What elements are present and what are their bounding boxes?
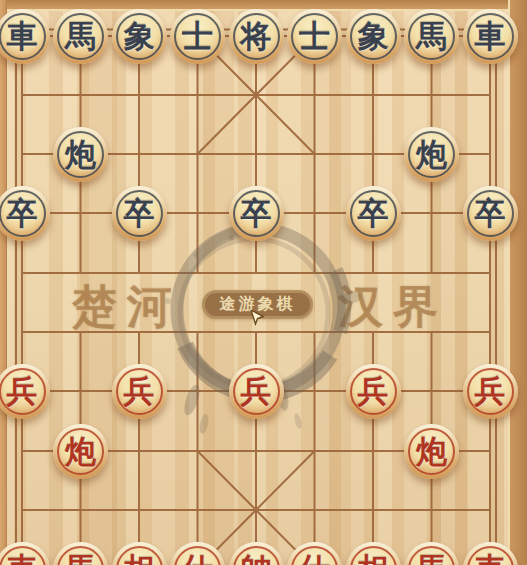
piece-black-f8r0[interactable]: 車	[463, 9, 518, 64]
piece-glyph: 仕	[170, 542, 225, 565]
piece-glyph: 象	[346, 9, 401, 64]
piece-glyph: 卒	[112, 186, 167, 241]
piece-red-f4r6[interactable]: 兵	[229, 364, 284, 419]
piece-red-f6r6[interactable]: 兵	[346, 364, 401, 419]
piece-red-f2r6[interactable]: 兵	[112, 364, 167, 419]
mouse-cursor	[250, 310, 264, 326]
piece-glyph: 卒	[346, 186, 401, 241]
piece-glyph: 相	[112, 542, 167, 565]
piece-glyph: 炮	[53, 127, 108, 182]
piece-red-f0r6[interactable]: 兵	[0, 364, 50, 419]
piece-black-f4r3[interactable]: 卒	[229, 186, 284, 241]
piece-red-f8r9[interactable]: 車	[463, 542, 518, 565]
piece-black-f4r0[interactable]: 将	[229, 9, 284, 64]
piece-glyph: 兵	[112, 364, 167, 419]
piece-glyph: 士	[170, 9, 225, 64]
piece-black-f5r0[interactable]: 士	[287, 9, 342, 64]
piece-glyph: 車	[463, 542, 518, 565]
piece-glyph: 炮	[404, 127, 459, 182]
piece-red-f7r7[interactable]: 炮	[404, 424, 459, 479]
piece-black-f0r0[interactable]: 車	[0, 9, 50, 64]
piece-red-f4r9[interactable]: 帥	[229, 542, 284, 565]
piece-glyph: 兵	[229, 364, 284, 419]
piece-black-f7r2[interactable]: 炮	[404, 127, 459, 182]
piece-red-f0r9[interactable]: 車	[0, 542, 50, 565]
piece-glyph: 車	[463, 9, 518, 64]
pieces-layer: 車馬象士将士象馬車炮炮卒卒卒卒卒兵兵兵兵兵炮炮車馬相仕帥仕相馬車	[0, 0, 527, 565]
piece-glyph: 卒	[229, 186, 284, 241]
piece-red-f1r7[interactable]: 炮	[53, 424, 108, 479]
piece-black-f6r3[interactable]: 卒	[346, 186, 401, 241]
piece-glyph: 馬	[404, 9, 459, 64]
piece-glyph: 兵	[346, 364, 401, 419]
piece-red-f1r9[interactable]: 馬	[53, 542, 108, 565]
piece-black-f1r2[interactable]: 炮	[53, 127, 108, 182]
piece-glyph: 仕	[287, 542, 342, 565]
piece-black-f2r0[interactable]: 象	[112, 9, 167, 64]
piece-glyph: 炮	[53, 424, 108, 479]
piece-glyph: 炮	[404, 424, 459, 479]
piece-black-f0r3[interactable]: 卒	[0, 186, 50, 241]
piece-glyph: 帥	[229, 542, 284, 565]
piece-black-f7r0[interactable]: 馬	[404, 9, 459, 64]
piece-glyph: 将	[229, 9, 284, 64]
piece-glyph: 相	[346, 542, 401, 565]
piece-glyph: 馬	[53, 542, 108, 565]
piece-glyph: 卒	[463, 186, 518, 241]
piece-red-f5r9[interactable]: 仕	[287, 542, 342, 565]
piece-glyph: 馬	[404, 542, 459, 565]
piece-glyph: 兵	[0, 364, 50, 419]
piece-glyph: 車	[0, 542, 50, 565]
piece-red-f8r6[interactable]: 兵	[463, 364, 518, 419]
piece-glyph: 士	[287, 9, 342, 64]
piece-glyph: 象	[112, 9, 167, 64]
piece-red-f3r9[interactable]: 仕	[170, 542, 225, 565]
piece-glyph: 馬	[53, 9, 108, 64]
piece-black-f1r0[interactable]: 馬	[53, 9, 108, 64]
piece-black-f2r3[interactable]: 卒	[112, 186, 167, 241]
piece-glyph: 兵	[463, 364, 518, 419]
piece-glyph: 卒	[0, 186, 50, 241]
piece-red-f7r9[interactable]: 馬	[404, 542, 459, 565]
piece-red-f2r9[interactable]: 相	[112, 542, 167, 565]
piece-black-f3r0[interactable]: 士	[170, 9, 225, 64]
piece-glyph: 車	[0, 9, 50, 64]
piece-red-f6r9[interactable]: 相	[346, 542, 401, 565]
piece-black-f8r3[interactable]: 卒	[463, 186, 518, 241]
piece-black-f6r0[interactable]: 象	[346, 9, 401, 64]
xiangqi-board: 楚河 汉界 途游象棋 車馬象士将士象馬車炮炮卒卒卒卒卒兵兵兵兵兵炮炮車馬相仕帥仕…	[0, 0, 527, 565]
